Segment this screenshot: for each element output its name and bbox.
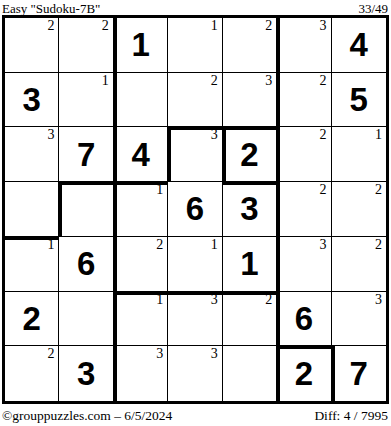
difficulty-text: Diff: 4 / 7995 [314,408,388,423]
given-digit: 7 [350,357,368,390]
cell-r2c2[interactable]: 1 [59,73,113,128]
pencil-mark: 2 [102,19,109,33]
cell-r2c1[interactable]: 3 [5,73,59,128]
cell-r6c3[interactable]: 1 [114,292,168,347]
pencil-mark: 2 [211,74,218,88]
cell-r7c6[interactable]: 2 [277,346,331,401]
header: Easy "Sudoku-7B" 33/49 [0,0,391,15]
cell-r5c1[interactable]: 1 [5,237,59,292]
cell-r1c1[interactable]: 2 [5,18,59,73]
pencil-mark: 1 [211,19,218,33]
pencil-mark: 2 [47,347,54,361]
pencil-mark: 2 [375,238,382,252]
given-digit: 6 [77,247,95,280]
cell-r1c2[interactable]: 2 [59,18,113,73]
cell-r5c5[interactable]: 1 [223,237,277,292]
cell-r4c2[interactable] [59,182,113,237]
cell-r7c4[interactable]: 3 [168,346,222,401]
cell-r2c6[interactable]: 2 [277,73,331,128]
pencil-mark: 1 [47,238,54,252]
pencil-mark: 3 [265,74,272,88]
cell-r1c4[interactable]: 1 [168,18,222,73]
pencil-mark: 2 [47,19,54,33]
given-digit: 7 [77,138,95,171]
pencil-mark: 2 [265,293,272,307]
cell-r1c3[interactable]: 1 [114,18,168,73]
cell-r5c7[interactable]: 2 [332,237,386,292]
copyright-text: ©grouppuzzles.com – 6/5/2024 [2,408,172,423]
pencil-mark: 1 [102,74,109,88]
cell-r5c6[interactable]: 3 [277,237,331,292]
pencil-mark: 2 [156,238,163,252]
given-digit: 1 [131,28,149,61]
cell-r4c4[interactable]: 6 [168,182,222,237]
cell-r5c2[interactable]: 6 [59,237,113,292]
pencil-mark: 2 [320,128,327,142]
given-digit: 2 [240,138,258,171]
cell-r4c1[interactable] [5,182,59,237]
given-digit: 4 [131,138,149,171]
pencil-mark: 3 [156,347,163,361]
cell-r2c7[interactable]: 5 [332,73,386,128]
pencil-mark: 2 [265,19,272,33]
cell-r6c1[interactable]: 2 [5,292,59,347]
cell-r7c5[interactable] [223,346,277,401]
given-digit: 5 [350,83,368,116]
cell-r3c7[interactable]: 1 [332,127,386,182]
given-digit: 2 [295,357,313,390]
cell-r3c2[interactable]: 7 [59,127,113,182]
given-digit: 2 [23,302,41,335]
cell-r1c7[interactable]: 4 [332,18,386,73]
cell-r5c4[interactable]: 1 [168,237,222,292]
pencil-mark: 2 [320,183,327,197]
footer: ©grouppuzzles.com – 6/5/2024 Diff: 4 / 7… [0,404,391,423]
cell-r2c4[interactable]: 2 [168,73,222,128]
pencil-mark: 3 [211,293,218,307]
cell-r4c6[interactable]: 2 [277,182,331,237]
pencil-mark: 1 [156,183,163,197]
given-digit: 3 [77,357,95,390]
pencil-mark: 3 [320,238,327,252]
cell-r2c5[interactable]: 3 [223,73,277,128]
pencil-mark: 1 [156,293,163,307]
cell-r7c2[interactable]: 3 [59,346,113,401]
given-digit: 6 [295,302,313,335]
pencil-mark: 3 [375,293,382,307]
cell-r6c4[interactable]: 3 [168,292,222,347]
cell-r4c3[interactable]: 1 [114,182,168,237]
pencil-mark: 3 [211,128,218,142]
cell-r7c3[interactable]: 3 [114,346,168,401]
given-digit: 1 [240,247,258,280]
pencil-mark: 3 [320,19,327,33]
clue-counter: 33/49 [358,2,388,15]
puzzle-title: Easy "Sudoku-7B" [2,2,100,15]
given-digit: 3 [23,83,41,116]
pencil-mark: 2 [375,183,382,197]
cell-r2c3[interactable] [114,73,168,128]
pencil-mark: 3 [211,347,218,361]
puzzle-page: { "game": "7x7 sudoku variant (grouppuzz… [0,0,391,426]
cell-r4c7[interactable]: 2 [332,182,386,237]
given-digit: 4 [350,28,368,61]
sudoku-board[interactable]: 2211234312325374322116322162113221326323… [2,15,389,404]
cell-r6c5[interactable]: 2 [223,292,277,347]
pencil-mark: 1 [211,238,218,252]
pencil-mark: 3 [47,128,54,142]
cell-r3c1[interactable]: 3 [5,127,59,182]
cell-r6c2[interactable] [59,292,113,347]
cell-r3c5[interactable]: 2 [223,127,277,182]
cell-r3c4[interactable]: 3 [168,127,222,182]
cell-r3c6[interactable]: 2 [277,127,331,182]
cell-r6c6[interactable]: 6 [277,292,331,347]
cell-r4c5[interactable]: 3 [223,182,277,237]
cell-r5c3[interactable]: 2 [114,237,168,292]
pencil-mark: 2 [320,74,327,88]
given-digit: 3 [240,192,258,225]
cell-r6c7[interactable]: 3 [332,292,386,347]
cell-r3c3[interactable]: 4 [114,127,168,182]
pencil-mark: 1 [375,128,382,142]
cell-r7c7[interactable]: 7 [332,346,386,401]
given-digit: 6 [186,192,204,225]
cell-r7c1[interactable]: 2 [5,346,59,401]
cell-r1c6[interactable]: 3 [277,18,331,73]
cell-r1c5[interactable]: 2 [223,18,277,73]
